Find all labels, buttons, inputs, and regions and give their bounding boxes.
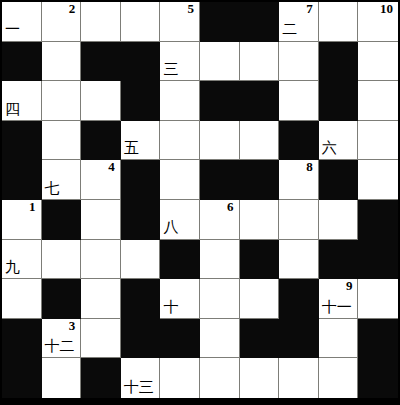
black-cell-r1c3 (121, 42, 161, 82)
across-clue-number-cn: 四 (5, 101, 20, 118)
white-cell-r0c9[interactable]: 10 (358, 2, 398, 42)
black-cell-r2c6 (240, 81, 280, 121)
white-cell-r9c8[interactable] (319, 358, 359, 398)
white-cell-r5c6[interactable] (240, 200, 280, 240)
white-cell-r1c4[interactable]: 三 (160, 42, 200, 82)
white-cell-r5c8[interactable] (319, 200, 359, 240)
white-cell-r1c6[interactable] (240, 42, 280, 82)
white-cell-r3c3[interactable]: 五 (121, 121, 161, 161)
white-cell-r8c8[interactable] (319, 319, 359, 359)
across-clue-number-cn: 七 (45, 180, 60, 197)
white-cell-r3c5[interactable] (200, 121, 240, 161)
white-cell-r7c4[interactable]: 十 (160, 279, 200, 319)
white-cell-r0c0[interactable]: 一 (2, 2, 42, 42)
white-cell-r8c5[interactable] (200, 319, 240, 359)
white-cell-r7c0[interactable] (2, 279, 42, 319)
crossword-grid: 一257二10三四五六七481八6九十9十一3十二十三 (2, 2, 398, 398)
across-clue-number-cn: 九 (5, 259, 20, 276)
black-cell-r4c5 (200, 160, 240, 200)
white-cell-r4c7[interactable]: 8 (279, 160, 319, 200)
black-cell-r5c1 (42, 200, 82, 240)
down-clue-number: 10 (380, 2, 393, 16)
across-clue-number-cn: 五 (124, 140, 139, 157)
black-cell-r1c8 (319, 42, 359, 82)
black-cell-r8c6 (240, 319, 280, 359)
white-cell-r9c7[interactable] (279, 358, 319, 398)
white-cell-r9c5[interactable] (200, 358, 240, 398)
black-cell-r1c2 (81, 42, 121, 82)
white-cell-r1c1[interactable] (42, 42, 82, 82)
white-cell-r7c9[interactable] (358, 279, 398, 319)
white-cell-r7c5[interactable] (200, 279, 240, 319)
down-clue-number: 1 (29, 200, 36, 214)
black-cell-r7c7 (279, 279, 319, 319)
white-cell-r0c7[interactable]: 7二 (279, 2, 319, 42)
white-cell-r3c8[interactable]: 六 (319, 121, 359, 161)
black-cell-r6c8 (319, 240, 359, 280)
white-cell-r8c2[interactable] (81, 319, 121, 359)
white-cell-r4c9[interactable] (358, 160, 398, 200)
black-cell-r8c4 (160, 319, 200, 359)
down-clue-number: 3 (69, 319, 76, 333)
white-cell-r1c9[interactable] (358, 42, 398, 82)
white-cell-r2c4[interactable] (160, 81, 200, 121)
black-cell-r8c0 (2, 319, 42, 359)
white-cell-r2c7[interactable] (279, 81, 319, 121)
down-clue-number: 9 (346, 279, 353, 293)
white-cell-r0c2[interactable] (81, 2, 121, 42)
white-cell-r6c0[interactable]: 九 (2, 240, 42, 280)
down-clue-number: 4 (108, 160, 115, 174)
across-clue-number-cn: 六 (322, 140, 337, 157)
white-cell-r6c2[interactable] (81, 240, 121, 280)
across-clue-number-cn: 二 (282, 21, 297, 38)
across-clue-number-cn: 八 (163, 219, 178, 236)
white-cell-r0c1[interactable]: 2 (42, 2, 82, 42)
black-cell-r7c3 (121, 279, 161, 319)
black-cell-r8c7 (279, 319, 319, 359)
white-cell-r5c4[interactable]: 八 (160, 200, 200, 240)
black-cell-r6c6 (240, 240, 280, 280)
white-cell-r9c3[interactable]: 十三 (121, 358, 161, 398)
down-clue-number: 2 (69, 2, 76, 16)
white-cell-r2c0[interactable]: 四 (2, 81, 42, 121)
black-cell-r2c5 (200, 81, 240, 121)
crossword-board: 一257二10三四五六七481八6九十9十一3十二十三 (0, 0, 400, 405)
black-cell-r2c3 (121, 81, 161, 121)
white-cell-r2c9[interactable] (358, 81, 398, 121)
black-cell-r8c9 (358, 319, 398, 359)
white-cell-r1c5[interactable] (200, 42, 240, 82)
white-cell-r6c3[interactable] (121, 240, 161, 280)
across-clue-number-cn: 一 (5, 21, 20, 38)
black-cell-r4c6 (240, 160, 280, 200)
across-clue-number-cn: 十三 (124, 379, 154, 396)
black-cell-r7c1 (42, 279, 82, 319)
across-clue-number-cn: 十二 (45, 338, 75, 355)
black-cell-r5c3 (121, 200, 161, 240)
down-clue-number: 7 (306, 2, 313, 16)
white-cell-r2c1[interactable] (42, 81, 82, 121)
black-cell-r3c0 (2, 121, 42, 161)
white-cell-r6c5[interactable] (200, 240, 240, 280)
white-cell-r4c4[interactable] (160, 160, 200, 200)
black-cell-r1c0 (2, 42, 42, 82)
across-clue-number-cn: 三 (163, 61, 178, 78)
black-cell-r9c0 (2, 358, 42, 398)
white-cell-r4c2[interactable]: 4 (81, 160, 121, 200)
white-cell-r3c1[interactable] (42, 121, 82, 161)
white-cell-r4c1[interactable]: 七 (42, 160, 82, 200)
black-cell-r8c3 (121, 319, 161, 359)
black-cell-r3c7 (279, 121, 319, 161)
black-cell-r5c9 (358, 200, 398, 240)
black-cell-r0c6 (240, 2, 280, 42)
down-clue-number: 8 (306, 160, 313, 174)
black-cell-r4c8 (319, 160, 359, 200)
white-cell-r5c0[interactable]: 1 (2, 200, 42, 240)
white-cell-r6c1[interactable] (42, 240, 82, 280)
black-cell-r0c5 (200, 2, 240, 42)
white-cell-r1c7[interactable] (279, 42, 319, 82)
down-clue-number: 5 (187, 2, 194, 16)
white-cell-r3c9[interactable] (358, 121, 398, 161)
white-cell-r8c1[interactable]: 3十二 (42, 319, 82, 359)
white-cell-r6c7[interactable] (279, 240, 319, 280)
white-cell-r3c4[interactable] (160, 121, 200, 161)
down-clue-number: 6 (227, 200, 234, 214)
white-cell-r7c8[interactable]: 9十一 (319, 279, 359, 319)
white-cell-r9c1[interactable] (42, 358, 82, 398)
white-cell-r0c3[interactable] (121, 2, 161, 42)
black-cell-r9c9 (358, 358, 398, 398)
black-cell-r6c9 (358, 240, 398, 280)
white-cell-r2c2[interactable] (81, 81, 121, 121)
black-cell-r6c4 (160, 240, 200, 280)
white-cell-r5c2[interactable] (81, 200, 121, 240)
across-clue-number-cn: 十一 (322, 299, 352, 316)
white-cell-r5c7[interactable] (279, 200, 319, 240)
black-cell-r3c2 (81, 121, 121, 161)
black-cell-r4c3 (121, 160, 161, 200)
black-cell-r4c0 (2, 160, 42, 200)
white-cell-r5c5[interactable]: 6 (200, 200, 240, 240)
white-cell-r0c4[interactable]: 5 (160, 2, 200, 42)
black-cell-r9c2 (81, 358, 121, 398)
black-cell-r2c8 (319, 81, 359, 121)
white-cell-r7c6[interactable] (240, 279, 280, 319)
white-cell-r0c8[interactable] (319, 2, 359, 42)
across-clue-number-cn: 十 (163, 299, 178, 316)
white-cell-r9c6[interactable] (240, 358, 280, 398)
white-cell-r9c4[interactable] (160, 358, 200, 398)
white-cell-r3c6[interactable] (240, 121, 280, 161)
white-cell-r7c2[interactable] (81, 279, 121, 319)
